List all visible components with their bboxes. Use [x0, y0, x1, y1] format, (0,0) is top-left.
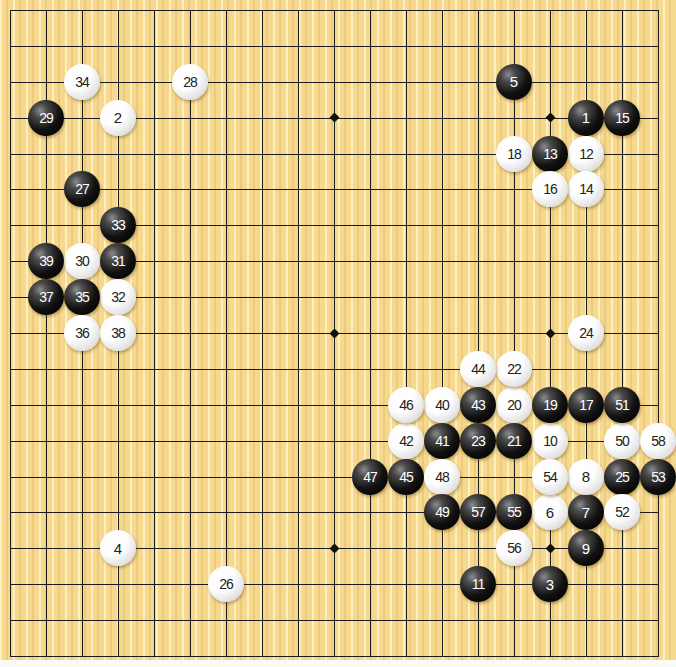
stone-black-55: 55 [496, 494, 532, 530]
stone-move-number: 9 [582, 541, 590, 556]
stone-black-47: 47 [352, 459, 388, 495]
stone-black-1: 1 [568, 100, 604, 136]
stone-black-19: 19 [532, 387, 568, 423]
stone-move-number: 19 [543, 398, 557, 412]
stone-black-21: 21 [496, 423, 532, 459]
stone-black-27: 27 [64, 171, 100, 207]
stone-white-36: 36 [64, 315, 100, 351]
stone-move-number: 30 [75, 254, 89, 268]
stone-move-number: 52 [615, 505, 629, 519]
grid-line-horizontal [10, 656, 659, 657]
stone-move-number: 38 [111, 326, 125, 340]
stone-move-number: 26 [219, 577, 233, 591]
stone-move-number: 35 [75, 290, 89, 304]
stone-move-number: 10 [543, 434, 557, 448]
stone-move-number: 48 [435, 470, 449, 484]
stone-white-58: 58 [640, 423, 676, 459]
stone-move-number: 39 [39, 254, 53, 268]
grid-line-vertical [478, 10, 479, 657]
stone-black-9: 9 [568, 530, 604, 566]
stone-move-number: 7 [582, 505, 590, 520]
stone-black-13: 13 [532, 136, 568, 172]
stone-move-number: 1 [582, 110, 590, 125]
go-board[interactable]: 1234567891011121314151617181920212223242… [0, 0, 676, 660]
grid-line-vertical [658, 10, 659, 657]
stone-white-4: 4 [100, 530, 136, 566]
stone-move-number: 36 [75, 326, 89, 340]
window-background-strip [0, 660, 676, 667]
stone-move-number: 37 [39, 290, 53, 304]
stone-move-number: 16 [543, 182, 557, 196]
stone-black-43: 43 [460, 387, 496, 423]
stone-white-2: 2 [100, 100, 136, 136]
stone-move-number: 46 [399, 398, 413, 412]
stone-white-40: 40 [424, 387, 460, 423]
stone-black-39: 39 [28, 243, 64, 279]
stone-move-number: 42 [399, 434, 413, 448]
stone-black-17: 17 [568, 387, 604, 423]
star-point [545, 543, 555, 553]
stone-white-44: 44 [460, 351, 496, 387]
stone-white-32: 32 [100, 279, 136, 315]
stone-black-5: 5 [496, 64, 532, 100]
stone-move-number: 54 [543, 470, 557, 484]
grid-line-vertical [370, 10, 371, 657]
stone-move-number: 51 [615, 398, 629, 412]
stone-move-number: 57 [471, 505, 485, 519]
stone-black-23: 23 [460, 423, 496, 459]
stone-black-25: 25 [604, 459, 640, 495]
star-point [329, 543, 339, 553]
stone-move-number: 13 [543, 147, 557, 161]
stone-move-number: 25 [615, 470, 629, 484]
stone-white-46: 46 [388, 387, 424, 423]
stone-black-3: 3 [532, 566, 568, 602]
stone-black-41: 41 [424, 423, 460, 459]
stone-white-12: 12 [568, 136, 604, 172]
stone-black-15: 15 [604, 100, 640, 136]
stone-white-20: 20 [496, 387, 532, 423]
stone-move-number: 14 [579, 182, 593, 196]
star-point [545, 113, 555, 123]
stone-move-number: 20 [507, 398, 521, 412]
stone-move-number: 4 [114, 541, 122, 556]
stone-white-22: 22 [496, 351, 532, 387]
stone-move-number: 24 [579, 326, 593, 340]
stone-white-30: 30 [64, 243, 100, 279]
stone-white-50: 50 [604, 423, 640, 459]
grid-line-vertical [442, 10, 443, 657]
star-point [329, 328, 339, 338]
stone-move-number: 56 [507, 541, 521, 555]
stone-black-33: 33 [100, 207, 136, 243]
stone-black-51: 51 [604, 387, 640, 423]
stone-move-number: 47 [363, 470, 377, 484]
stone-white-26: 26 [208, 566, 244, 602]
stone-move-number: 41 [435, 434, 449, 448]
stone-white-10: 10 [532, 423, 568, 459]
stone-move-number: 8 [582, 469, 590, 484]
stone-white-6: 6 [532, 494, 568, 530]
stone-move-number: 50 [615, 434, 629, 448]
star-point [329, 113, 339, 123]
stone-white-14: 14 [568, 171, 604, 207]
stone-move-number: 17 [579, 398, 593, 412]
stone-white-34: 34 [64, 64, 100, 100]
stone-move-number: 55 [507, 505, 521, 519]
stone-move-number: 49 [435, 505, 449, 519]
stone-move-number: 27 [75, 182, 89, 196]
stone-move-number: 45 [399, 470, 413, 484]
stone-black-11: 11 [460, 566, 496, 602]
grid-line-horizontal [10, 620, 659, 621]
stone-move-number: 32 [111, 290, 125, 304]
stone-white-38: 38 [100, 315, 136, 351]
stone-move-number: 31 [111, 254, 125, 268]
star-point [545, 328, 555, 338]
stone-white-28: 28 [172, 64, 208, 100]
go-kifu-screenshot: 1234567891011121314151617181920212223242… [0, 0, 676, 667]
stone-white-48: 48 [424, 459, 460, 495]
stone-move-number: 23 [471, 434, 485, 448]
stone-white-54: 54 [532, 459, 568, 495]
stone-white-24: 24 [568, 315, 604, 351]
stone-black-7: 7 [568, 494, 604, 530]
stone-move-number: 3 [546, 577, 554, 592]
grid-line-horizontal [10, 369, 659, 370]
stone-black-57: 57 [460, 494, 496, 530]
stone-move-number: 11 [472, 577, 485, 591]
stone-move-number: 29 [39, 111, 53, 125]
stone-white-42: 42 [388, 423, 424, 459]
stone-move-number: 40 [435, 398, 449, 412]
stone-black-53: 53 [640, 459, 676, 495]
stone-move-number: 28 [183, 75, 197, 89]
stone-white-8: 8 [568, 459, 604, 495]
stone-black-49: 49 [424, 494, 460, 530]
stone-move-number: 12 [579, 147, 593, 161]
stone-black-29: 29 [28, 100, 64, 136]
stone-black-37: 37 [28, 279, 64, 315]
stone-move-number: 34 [75, 75, 89, 89]
stone-black-35: 35 [64, 279, 100, 315]
stone-move-number: 43 [471, 398, 485, 412]
stone-white-18: 18 [496, 136, 532, 172]
stone-move-number: 58 [651, 434, 665, 448]
stone-move-number: 6 [546, 505, 554, 520]
stone-move-number: 18 [507, 147, 521, 161]
stone-move-number: 5 [510, 74, 518, 89]
stone-move-number: 44 [471, 362, 485, 376]
grid-line-vertical [406, 10, 407, 657]
stone-move-number: 22 [507, 362, 521, 376]
stone-black-45: 45 [388, 459, 424, 495]
stone-white-52: 52 [604, 494, 640, 530]
stone-move-number: 21 [507, 434, 521, 448]
stone-move-number: 33 [111, 218, 125, 232]
stone-move-number: 53 [651, 470, 665, 484]
stone-white-56: 56 [496, 530, 532, 566]
stone-black-31: 31 [100, 243, 136, 279]
stone-move-number: 15 [615, 111, 629, 125]
stone-move-number: 2 [114, 110, 122, 125]
stone-white-16: 16 [532, 171, 568, 207]
